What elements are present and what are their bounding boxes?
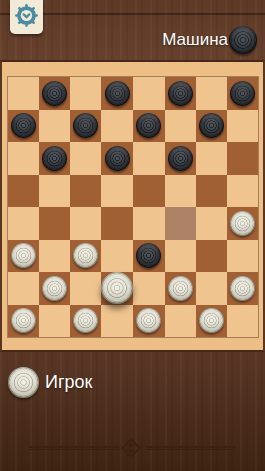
white-checker-d2[interactable] [101,272,133,304]
square-e3[interactable] [133,240,164,273]
opponent-black-checker-icon [229,26,257,54]
square-a3[interactable] [8,240,39,273]
white-checker-b2[interactable] [42,276,67,301]
square-g7[interactable] [196,110,227,143]
square-a6[interactable] [8,142,39,175]
square-h4[interactable] [227,207,258,240]
square-f7[interactable] [165,110,196,143]
opponent-label: Машина [162,30,228,50]
square-e5[interactable] [133,175,164,208]
player-white-checker-icon [8,367,39,398]
board-grid [8,77,258,337]
square-d3[interactable] [101,240,133,273]
settings-button[interactable] [10,0,43,34]
square-e7[interactable] [133,110,164,143]
gear-icon [14,3,39,32]
divider-line-left [29,446,119,450]
black-checker-c7[interactable] [73,113,98,138]
white-checker-a3[interactable] [11,243,36,268]
square-h8[interactable] [227,77,258,110]
square-e4[interactable] [133,207,164,240]
square-b8[interactable] [39,77,70,110]
white-checker-c3[interactable] [73,243,98,268]
square-c8[interactable] [70,77,101,110]
square-g8[interactable] [196,77,227,110]
square-f1[interactable] [165,305,196,338]
divider-line-right [146,446,236,450]
square-d8[interactable] [101,77,133,110]
black-checker-f8[interactable] [168,81,193,106]
square-g2[interactable] [196,272,227,305]
black-checker-h8[interactable] [230,81,255,106]
black-checker-a7[interactable] [11,113,36,138]
square-c3[interactable] [70,240,101,273]
black-checker-f6[interactable] [168,146,193,171]
square-b2[interactable] [39,272,70,305]
square-h3[interactable] [227,240,258,273]
square-b3[interactable] [39,240,70,273]
square-d5[interactable] [101,175,133,208]
square-f3[interactable] [165,240,196,273]
square-e6[interactable] [133,142,164,175]
square-f2[interactable] [165,272,196,305]
square-g5[interactable] [196,175,227,208]
square-f8[interactable] [165,77,196,110]
white-checker-h2[interactable] [230,276,255,301]
square-b4[interactable] [39,207,70,240]
square-d6[interactable] [101,142,133,175]
diamond-icon [121,438,141,458]
square-c2[interactable] [70,272,101,305]
square-a1[interactable] [8,305,39,338]
square-e8[interactable] [133,77,164,110]
square-g4[interactable] [196,207,227,240]
square-h1[interactable] [227,305,258,338]
square-b1[interactable] [39,305,70,338]
square-e1[interactable] [133,305,164,338]
white-checker-c1[interactable] [73,308,98,333]
black-checker-e7[interactable] [136,113,161,138]
square-f6[interactable] [165,142,196,175]
player-label: Игрок [45,372,92,393]
white-checker-e1[interactable] [136,308,161,333]
square-a8[interactable] [8,77,39,110]
square-f5[interactable] [165,175,196,208]
square-d1[interactable] [101,305,133,338]
black-checker-d8[interactable] [105,81,130,106]
black-checker-g7[interactable] [199,113,224,138]
square-g1[interactable] [196,305,227,338]
square-d4[interactable] [101,207,133,240]
square-c5[interactable] [70,175,101,208]
square-a4[interactable] [8,207,39,240]
white-checker-h4[interactable] [230,211,255,236]
square-a7[interactable] [8,110,39,143]
square-h5[interactable] [227,175,258,208]
black-checker-e3[interactable] [136,243,161,268]
square-h6[interactable] [227,142,258,175]
square-g6[interactable] [196,142,227,175]
square-d7[interactable] [101,110,133,143]
board-frame [0,60,265,352]
square-f4[interactable] [165,207,196,240]
divider-ornament [0,438,265,462]
black-checker-b6[interactable] [42,146,67,171]
app-screen: Машина Игрок [0,0,265,471]
square-b6[interactable] [39,142,70,175]
square-e2[interactable] [133,272,164,305]
square-c6[interactable] [70,142,101,175]
black-checker-d6[interactable] [105,146,130,171]
black-checker-b8[interactable] [42,81,67,106]
square-a2[interactable] [8,272,39,305]
square-d2[interactable] [101,272,133,305]
square-c4[interactable] [70,207,101,240]
square-c1[interactable] [70,305,101,338]
square-b5[interactable] [39,175,70,208]
square-a5[interactable] [8,175,39,208]
white-checker-f2[interactable] [168,276,193,301]
square-h2[interactable] [227,272,258,305]
white-checker-a1[interactable] [11,308,36,333]
square-c7[interactable] [70,110,101,143]
white-checker-g1[interactable] [199,308,224,333]
square-g3[interactable] [196,240,227,273]
square-b7[interactable] [39,110,70,143]
square-h7[interactable] [227,110,258,143]
